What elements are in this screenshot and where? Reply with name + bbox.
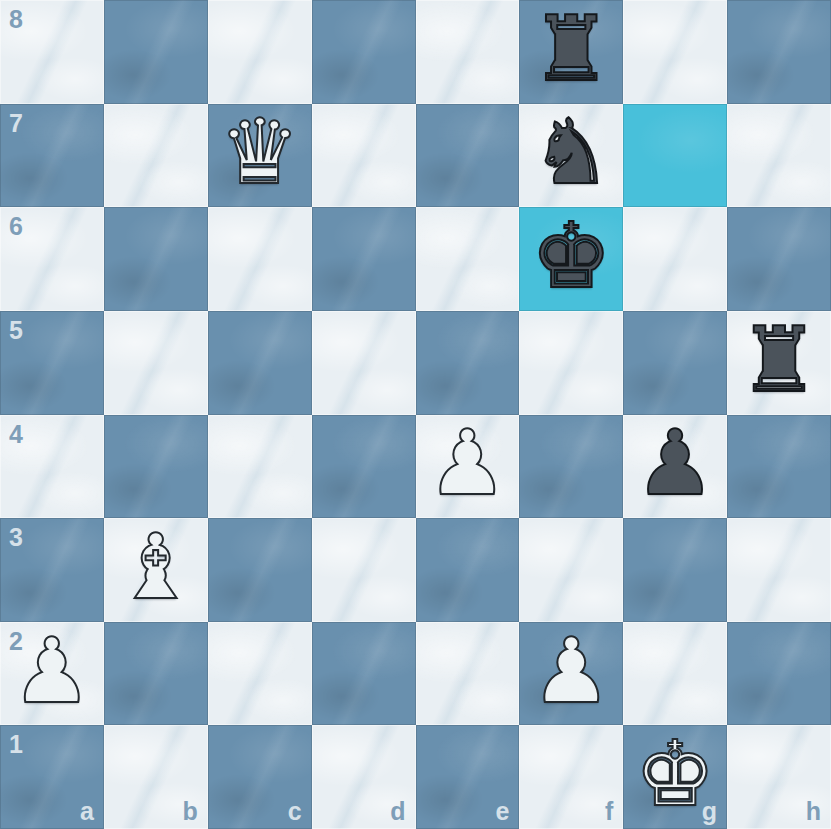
square-a2[interactable]: 2♟ (0, 622, 104, 726)
black-pawn-icon[interactable]: ♟ (635, 418, 716, 514)
white-bishop-icon[interactable]: ♝ (115, 522, 196, 618)
square-c7[interactable]: ♛ (208, 104, 312, 208)
square-f3[interactable] (519, 518, 623, 622)
square-f1[interactable]: f (519, 725, 623, 829)
rank-label-1: 1 (9, 732, 23, 757)
file-label-h: h (806, 799, 821, 824)
square-b1[interactable]: b (104, 725, 208, 829)
square-c1[interactable]: c (208, 725, 312, 829)
white-queen-icon[interactable]: ♛ (219, 107, 300, 203)
black-knight-icon[interactable]: ♞ (531, 107, 612, 203)
square-c4[interactable] (208, 415, 312, 519)
white-pawn-icon[interactable]: ♟ (12, 626, 93, 722)
square-g1[interactable]: g♚ (623, 725, 727, 829)
square-e2[interactable] (416, 622, 520, 726)
square-g5[interactable] (623, 311, 727, 415)
file-label-c: c (288, 799, 302, 824)
square-h5[interactable]: ♜ (727, 311, 831, 415)
file-label-d: d (390, 799, 405, 824)
square-b4[interactable] (104, 415, 208, 519)
square-f5[interactable] (519, 311, 623, 415)
chess-board: 8♜7♛♞6♚5♜4♟♟3♝2♟♟1abcdefg♚h (0, 0, 831, 829)
square-a4[interactable]: 4 (0, 415, 104, 519)
square-g6[interactable] (623, 207, 727, 311)
square-c2[interactable] (208, 622, 312, 726)
square-f8[interactable]: ♜ (519, 0, 623, 104)
white-king-icon[interactable]: ♚ (635, 729, 716, 825)
black-rook-icon[interactable]: ♜ (531, 4, 612, 100)
square-h4[interactable] (727, 415, 831, 519)
square-e4[interactable]: ♟ (416, 415, 520, 519)
square-a6[interactable]: 6 (0, 207, 104, 311)
square-b7[interactable] (104, 104, 208, 208)
rank-label-7: 7 (9, 111, 23, 136)
square-e1[interactable]: e (416, 725, 520, 829)
white-pawn-icon[interactable]: ♟ (531, 626, 612, 722)
square-d3[interactable] (312, 518, 416, 622)
square-c3[interactable] (208, 518, 312, 622)
square-e3[interactable] (416, 518, 520, 622)
square-a7[interactable]: 7 (0, 104, 104, 208)
square-d4[interactable] (312, 415, 416, 519)
square-c5[interactable] (208, 311, 312, 415)
square-d6[interactable] (312, 207, 416, 311)
square-e6[interactable] (416, 207, 520, 311)
square-f7[interactable]: ♞ (519, 104, 623, 208)
square-h3[interactable] (727, 518, 831, 622)
square-g7[interactable] (623, 104, 727, 208)
square-h8[interactable] (727, 0, 831, 104)
black-rook-icon[interactable]: ♜ (739, 315, 820, 411)
square-h6[interactable] (727, 207, 831, 311)
file-label-f: f (605, 799, 613, 824)
square-e7[interactable] (416, 104, 520, 208)
square-d2[interactable] (312, 622, 416, 726)
square-d7[interactable] (312, 104, 416, 208)
square-f2[interactable]: ♟ (519, 622, 623, 726)
square-g2[interactable] (623, 622, 727, 726)
square-b3[interactable]: ♝ (104, 518, 208, 622)
square-e8[interactable] (416, 0, 520, 104)
rank-label-4: 4 (9, 422, 23, 447)
square-b5[interactable] (104, 311, 208, 415)
square-g3[interactable] (623, 518, 727, 622)
square-h2[interactable] (727, 622, 831, 726)
square-d8[interactable] (312, 0, 416, 104)
square-g4[interactable]: ♟ (623, 415, 727, 519)
square-b6[interactable] (104, 207, 208, 311)
square-a3[interactable]: 3 (0, 518, 104, 622)
rank-label-5: 5 (9, 318, 23, 343)
rank-label-3: 3 (9, 525, 23, 550)
rank-label-6: 6 (9, 214, 23, 239)
square-a5[interactable]: 5 (0, 311, 104, 415)
white-pawn-icon[interactable]: ♟ (427, 418, 508, 514)
square-d5[interactable] (312, 311, 416, 415)
square-c6[interactable] (208, 207, 312, 311)
square-b2[interactable] (104, 622, 208, 726)
square-f6[interactable]: ♚ (519, 207, 623, 311)
square-a8[interactable]: 8 (0, 0, 104, 104)
file-label-a: a (80, 799, 94, 824)
square-f4[interactable] (519, 415, 623, 519)
square-a1[interactable]: 1a (0, 725, 104, 829)
file-label-b: b (182, 799, 197, 824)
square-g8[interactable] (623, 0, 727, 104)
square-c8[interactable] (208, 0, 312, 104)
file-label-e: e (495, 799, 509, 824)
square-d1[interactable]: d (312, 725, 416, 829)
black-king-icon[interactable]: ♚ (531, 211, 612, 307)
rank-label-8: 8 (9, 7, 23, 32)
square-h1[interactable]: h (727, 725, 831, 829)
square-h7[interactable] (727, 104, 831, 208)
square-b8[interactable] (104, 0, 208, 104)
square-e5[interactable] (416, 311, 520, 415)
